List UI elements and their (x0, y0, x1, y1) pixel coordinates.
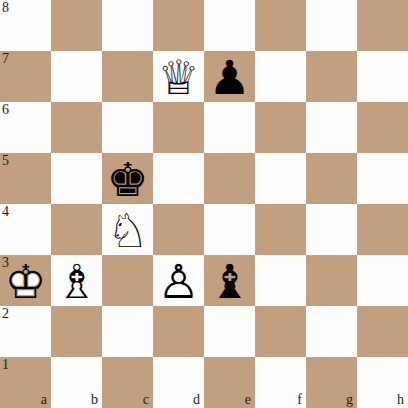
square-b2[interactable] (51, 306, 102, 357)
square-c6[interactable] (102, 102, 153, 153)
square-d7[interactable]: ♛♕ (153, 51, 204, 102)
square-c4[interactable]: ♞♘ (102, 204, 153, 255)
square-g1[interactable]: g (306, 357, 357, 408)
white-king-piece: ♚♔ (0, 255, 51, 306)
file-label-h: h (397, 393, 404, 407)
square-e3[interactable]: ♝ (204, 255, 255, 306)
white-queen-piece: ♛♕ (153, 51, 204, 102)
square-b7[interactable] (51, 51, 102, 102)
rank-label-6: 6 (2, 103, 9, 117)
rank-label-7: 7 (2, 52, 9, 66)
rank-label-4: 4 (2, 205, 9, 219)
square-f2[interactable] (255, 306, 306, 357)
square-g8[interactable] (306, 0, 357, 51)
white-knight-piece: ♞♘ (102, 204, 153, 255)
square-e5[interactable] (204, 153, 255, 204)
square-h1[interactable]: h (357, 357, 408, 408)
square-h8[interactable] (357, 0, 408, 51)
square-h3[interactable] (357, 255, 408, 306)
square-a7[interactable]: 7 (0, 51, 51, 102)
file-label-d: d (193, 393, 200, 407)
black-pawn-piece: ♟ (204, 51, 255, 102)
square-d5[interactable] (153, 153, 204, 204)
square-a6[interactable]: 6 (0, 102, 51, 153)
square-g5[interactable] (306, 153, 357, 204)
white-pawn-piece: ♟♙ (153, 255, 204, 306)
square-a3[interactable]: 3♚♔ (0, 255, 51, 306)
square-f1[interactable]: f (255, 357, 306, 408)
square-a2[interactable]: 2 (0, 306, 51, 357)
chess-board: 87♛♕♟65♚4♞♘3♚♔♝♗♟♙♝21abcdefgh (0, 0, 408, 408)
white-pawn-glyph: ♙ (153, 256, 204, 307)
square-h7[interactable] (357, 51, 408, 102)
square-c8[interactable] (102, 0, 153, 51)
square-b5[interactable] (51, 153, 102, 204)
square-c2[interactable] (102, 306, 153, 357)
square-g3[interactable] (306, 255, 357, 306)
square-b3[interactable]: ♝♗ (51, 255, 102, 306)
square-e7[interactable]: ♟ (204, 51, 255, 102)
square-e1[interactable]: e (204, 357, 255, 408)
white-bishop-glyph: ♗ (51, 256, 102, 307)
square-a8[interactable]: 8 (0, 0, 51, 51)
square-f7[interactable] (255, 51, 306, 102)
square-h5[interactable] (357, 153, 408, 204)
square-b4[interactable] (51, 204, 102, 255)
square-h2[interactable] (357, 306, 408, 357)
square-d3[interactable]: ♟♙ (153, 255, 204, 306)
square-d6[interactable] (153, 102, 204, 153)
square-e8[interactable] (204, 0, 255, 51)
file-label-a: a (41, 393, 47, 407)
black-pawn-glyph: ♟ (204, 52, 255, 103)
rank-label-1: 1 (2, 358, 9, 372)
square-g6[interactable] (306, 102, 357, 153)
square-a4[interactable]: 4 (0, 204, 51, 255)
file-label-c: c (143, 393, 149, 407)
square-f8[interactable] (255, 0, 306, 51)
black-king-glyph: ♚ (102, 154, 153, 205)
square-d2[interactable] (153, 306, 204, 357)
black-bishop-glyph: ♝ (204, 256, 255, 307)
square-e4[interactable] (204, 204, 255, 255)
square-g4[interactable] (306, 204, 357, 255)
square-e6[interactable] (204, 102, 255, 153)
square-d8[interactable] (153, 0, 204, 51)
square-a1[interactable]: 1a (0, 357, 51, 408)
square-c3[interactable] (102, 255, 153, 306)
square-c1[interactable]: c (102, 357, 153, 408)
square-b8[interactable] (51, 0, 102, 51)
file-label-g: g (346, 393, 353, 407)
rank-label-2: 2 (2, 307, 9, 321)
square-f6[interactable] (255, 102, 306, 153)
square-h4[interactable] (357, 204, 408, 255)
black-bishop-piece: ♝ (204, 255, 255, 306)
file-label-f: f (297, 393, 302, 407)
black-king-piece: ♚ (102, 153, 153, 204)
square-f5[interactable] (255, 153, 306, 204)
square-f3[interactable] (255, 255, 306, 306)
square-g2[interactable] (306, 306, 357, 357)
square-b1[interactable]: b (51, 357, 102, 408)
square-a5[interactable]: 5 (0, 153, 51, 204)
square-c7[interactable] (102, 51, 153, 102)
square-d4[interactable] (153, 204, 204, 255)
white-queen-glyph: ♕ (153, 52, 204, 103)
white-king-glyph: ♔ (0, 256, 51, 307)
square-f4[interactable] (255, 204, 306, 255)
white-knight-glyph: ♘ (102, 205, 153, 256)
rank-label-8: 8 (2, 1, 9, 15)
square-h6[interactable] (357, 102, 408, 153)
file-label-b: b (91, 393, 98, 407)
square-b6[interactable] (51, 102, 102, 153)
white-bishop-piece: ♝♗ (51, 255, 102, 306)
square-c5[interactable]: ♚ (102, 153, 153, 204)
square-g7[interactable] (306, 51, 357, 102)
rank-label-5: 5 (2, 154, 9, 168)
square-e2[interactable] (204, 306, 255, 357)
square-d1[interactable]: d (153, 357, 204, 408)
file-label-e: e (245, 393, 251, 407)
